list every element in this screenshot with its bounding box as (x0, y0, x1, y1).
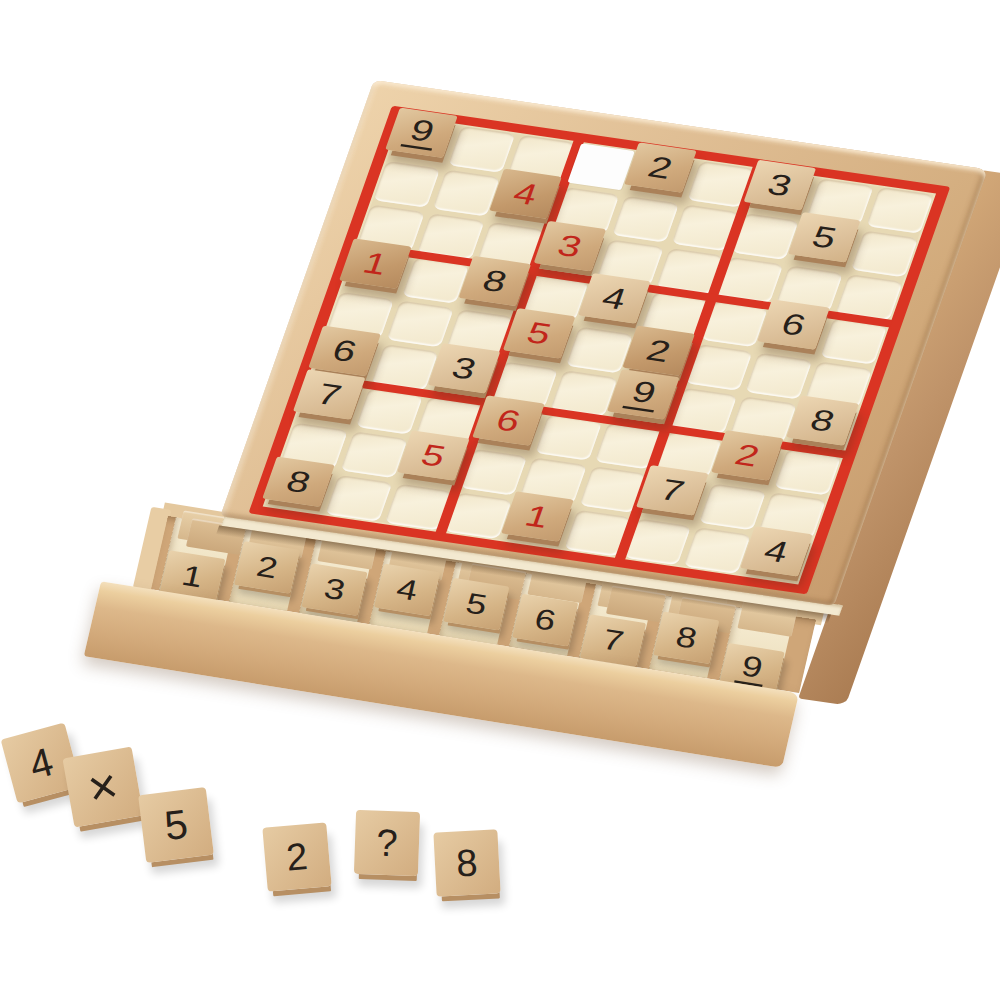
board-cell-r6c7[interactable] (385, 484, 452, 531)
board-tile-4[interactable]: 4 (578, 273, 651, 324)
tile-digit: 5 (523, 316, 556, 352)
tile-digit: 6 (531, 602, 559, 638)
tile-digit: 6 (777, 307, 810, 343)
board-tile-5[interactable]: 5 (788, 212, 861, 263)
tile-digit: 6 (492, 403, 525, 439)
drawer-tile-2[interactable]: 2 (234, 541, 300, 594)
board-tile-6[interactable]: 6 (757, 299, 830, 350)
tile-digit: 8 (478, 263, 511, 299)
tile-digit: 4 (760, 534, 793, 570)
board-tile-2[interactable]: 2 (624, 142, 697, 193)
tile-digit: 9 (401, 115, 442, 150)
board-tile-1[interactable]: 1 (339, 238, 412, 289)
board-cell-r2c1[interactable] (672, 204, 739, 251)
tile-digit: 5 (463, 586, 491, 622)
board-tile-6[interactable]: 6 (472, 395, 545, 446)
tile-digit: 5 (808, 220, 841, 256)
board-cell-r1c1[interactable] (448, 126, 515, 173)
tile-digit: 8 (673, 620, 701, 656)
tile-digit: 7 (313, 377, 346, 413)
tile-digit: 8 (282, 464, 315, 500)
drawer-tile-5[interactable]: 5 (443, 578, 509, 631)
loose-tile-question[interactable]: ? (354, 810, 420, 876)
board-cell-r2c5[interactable] (417, 213, 484, 260)
tile-glyph: 8 (455, 841, 478, 885)
board-cell-r6c9[interactable] (564, 510, 631, 557)
board-tile-8[interactable]: 8 (459, 256, 532, 307)
board-cell-r3c7[interactable] (820, 318, 887, 365)
board-cell-r5c2[interactable] (356, 388, 423, 435)
board-tile-5[interactable]: 5 (503, 308, 576, 359)
tile-digit: 3 (321, 572, 349, 608)
drawer-tile-4[interactable]: 4 (374, 564, 440, 617)
tile-digit: 1 (179, 559, 207, 595)
board-cell-r1c9[interactable] (612, 196, 679, 243)
tile-digit: 4 (393, 572, 421, 608)
board-tile-4[interactable]: 4 (740, 526, 813, 577)
board-tile-3[interactable]: 3 (428, 343, 501, 394)
tile-glyph: × (84, 756, 123, 818)
tile-digit: 2 (642, 333, 675, 369)
loose-tile-multiply[interactable]: × (62, 746, 143, 827)
board-cell-r3c9[interactable] (386, 300, 453, 347)
tile-digit: 1 (359, 246, 392, 282)
board-cell-r3c2[interactable] (835, 274, 902, 321)
board-tile-7[interactable]: 7 (293, 369, 366, 420)
board-tile-4[interactable]: 4 (489, 169, 562, 220)
tile-digit: 3 (763, 167, 796, 203)
loose-tile-5[interactable]: 5 (138, 787, 214, 863)
board-cell-r5c7[interactable] (774, 449, 841, 496)
board-cell-r2c3[interactable] (851, 231, 918, 278)
board-tile-1[interactable]: 1 (501, 491, 574, 542)
board-tile-9[interactable]: 9 (385, 108, 458, 159)
board-cell-r6c1[interactable] (460, 449, 527, 496)
tile-digit: 3 (447, 350, 480, 386)
board-tile-5[interactable]: 5 (397, 430, 470, 481)
board-tile-2[interactable]: 2 (711, 430, 784, 481)
board-cell-r7c1[interactable] (624, 518, 691, 565)
board-cell-r1c5[interactable] (866, 187, 933, 234)
board-cell-r6c4[interactable] (699, 483, 766, 530)
board-cell-r2c8[interactable] (656, 248, 723, 295)
product-photo-stage: 123456789 923453184652639876257814 4×52?… (0, 0, 1000, 1000)
board-cell-r2c9[interactable] (716, 257, 783, 304)
tile-digit: 7 (656, 473, 689, 509)
board-cell-r6c6[interactable] (325, 475, 392, 522)
board-cell-r1c6[interactable] (373, 161, 440, 208)
sudoku-board: 923453184652639876257814 (220, 80, 988, 606)
tile-digit: 2 (731, 438, 764, 474)
tile-glyph: 4 (24, 738, 57, 787)
board-cell-r5c4[interactable] (535, 414, 602, 461)
drawer-tile-3[interactable]: 3 (302, 563, 368, 616)
tile-digit: 3 (553, 228, 586, 264)
board-cell-r4c3[interactable] (685, 344, 752, 391)
tile-digit: 2 (253, 549, 281, 585)
tile-digit: 8 (806, 403, 839, 439)
tile-digit: 4 (509, 176, 542, 212)
board-tile-9[interactable]: 9 (607, 369, 680, 420)
loose-tile-8[interactable]: 8 (433, 829, 500, 896)
tile-glyph: 2 (285, 835, 310, 880)
tile-digit: 9 (734, 652, 769, 687)
tile-digit: 7 (599, 623, 627, 659)
board-tile-3[interactable]: 3 (744, 160, 817, 211)
sudoku-grid: 923453184652639876257814 (265, 117, 933, 582)
tile-digit: 1 (521, 499, 554, 535)
tile-glyph: ? (376, 821, 399, 865)
board-tile-7[interactable]: 7 (636, 465, 709, 516)
loose-tile-2[interactable]: 2 (262, 822, 331, 891)
tile-glyph: 5 (162, 800, 190, 849)
board-tile-3[interactable]: 3 (534, 221, 607, 272)
board-tile-8[interactable]: 8 (786, 395, 859, 446)
board-tile-8[interactable]: 8 (262, 456, 335, 507)
tile-digit: 9 (623, 377, 664, 412)
drawer-tile-8[interactable]: 8 (653, 611, 719, 664)
board-tile-2[interactable]: 2 (622, 325, 695, 376)
tile-digit: 2 (644, 150, 677, 186)
board-cell-r5c5[interactable] (595, 422, 662, 469)
board-cell-r4c4[interactable] (745, 353, 812, 400)
tile-digit: 4 (598, 281, 631, 317)
board-tile-6[interactable]: 6 (308, 326, 381, 377)
drawer-tile-6[interactable]: 6 (512, 594, 578, 647)
tile-digit: 6 (328, 333, 361, 369)
board-cell-r4c9[interactable] (670, 388, 737, 435)
tile-digit: 5 (417, 438, 450, 474)
